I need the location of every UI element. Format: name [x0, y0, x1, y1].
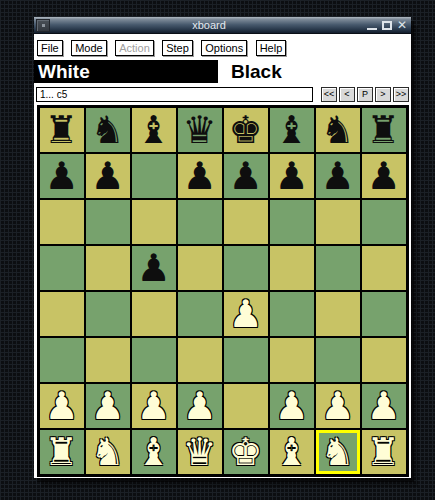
square-f6[interactable] [270, 200, 314, 244]
square-g6[interactable] [316, 200, 360, 244]
square-a1[interactable]: ♜ [40, 430, 84, 474]
square-d7[interactable]: ♟ [178, 154, 222, 198]
square-d6[interactable] [178, 200, 222, 244]
square-f2[interactable]: ♟ [270, 384, 314, 428]
menu-help[interactable]: Help [256, 40, 287, 56]
square-f7[interactable]: ♟ [270, 154, 314, 198]
nav-forward-button[interactable]: > [375, 87, 391, 102]
square-g5[interactable] [316, 246, 360, 290]
black-knight: ♞ [90, 108, 124, 152]
square-b4[interactable] [86, 292, 130, 336]
white-bishop: ♝ [136, 430, 170, 474]
square-g1[interactable]: ♞ [316, 430, 360, 474]
square-c8[interactable]: ♝ [132, 108, 176, 152]
white-pawn: ♟ [320, 384, 354, 428]
black-rook: ♜ [44, 108, 78, 152]
white-pawn: ♟ [44, 384, 78, 428]
square-c3[interactable] [132, 338, 176, 382]
square-d5[interactable] [178, 246, 222, 290]
square-h6[interactable] [362, 200, 406, 244]
square-h3[interactable] [362, 338, 406, 382]
square-a6[interactable] [40, 200, 84, 244]
square-g8[interactable]: ♞ [316, 108, 360, 152]
window-menu-dot-icon [42, 24, 45, 27]
black-pawn: ♟ [228, 154, 262, 198]
square-d4[interactable] [178, 292, 222, 336]
square-f8[interactable]: ♝ [270, 108, 314, 152]
white-pawn: ♟ [366, 384, 400, 428]
square-g4[interactable] [316, 292, 360, 336]
square-b1[interactable]: ♞ [86, 430, 130, 474]
window-titlebar[interactable]: xboard ✕ [34, 17, 411, 34]
window-menu-icon[interactable] [36, 19, 50, 32]
nav-back-button[interactable]: < [339, 87, 355, 102]
square-a7[interactable]: ♟ [40, 154, 84, 198]
square-d8[interactable]: ♛ [178, 108, 222, 152]
square-e4[interactable]: ♟ [224, 292, 268, 336]
black-queen: ♛ [182, 108, 216, 152]
square-e8[interactable]: ♚ [224, 108, 268, 152]
white-king: ♚ [228, 430, 262, 474]
square-c5[interactable]: ♟ [132, 246, 176, 290]
white-queen: ♛ [182, 430, 216, 474]
square-g2[interactable]: ♟ [316, 384, 360, 428]
black-bishop: ♝ [136, 108, 170, 152]
menu-options[interactable]: Options [201, 40, 247, 56]
player-bar: White Black [34, 60, 411, 83]
square-b2[interactable]: ♟ [86, 384, 130, 428]
black-rook: ♜ [366, 108, 400, 152]
nav-forward-to-end-button[interactable]: >> [393, 87, 409, 102]
square-c4[interactable] [132, 292, 176, 336]
black-pawn: ♟ [274, 154, 308, 198]
white-pawn: ♟ [182, 384, 216, 428]
square-b8[interactable]: ♞ [86, 108, 130, 152]
square-b3[interactable] [86, 338, 130, 382]
square-g7[interactable]: ♟ [316, 154, 360, 198]
square-e2[interactable] [224, 384, 268, 428]
menu-bar: File Mode Action Step Options Help [34, 34, 411, 58]
square-d3[interactable] [178, 338, 222, 382]
square-b5[interactable] [86, 246, 130, 290]
square-f4[interactable] [270, 292, 314, 336]
square-a5[interactable] [40, 246, 84, 290]
square-h1[interactable]: ♜ [362, 430, 406, 474]
white-player-label: White [34, 60, 218, 83]
square-a8[interactable]: ♜ [40, 108, 84, 152]
minimize-icon[interactable] [366, 20, 378, 31]
square-h4[interactable] [362, 292, 406, 336]
square-e6[interactable] [224, 200, 268, 244]
white-pawn: ♟ [90, 384, 124, 428]
square-a3[interactable] [40, 338, 84, 382]
white-pawn: ♟ [228, 292, 262, 336]
black-pawn: ♟ [366, 154, 400, 198]
square-e5[interactable] [224, 246, 268, 290]
white-knight: ♞ [90, 430, 124, 474]
desktop: { "game": "chess", "position": "rnbqkbnr… [0, 0, 435, 500]
black-pawn: ♟ [90, 154, 124, 198]
square-e7[interactable]: ♟ [224, 154, 268, 198]
black-king: ♚ [228, 108, 262, 152]
black-pawn: ♟ [182, 154, 216, 198]
move-display-field[interactable]: 1... c5 [36, 87, 313, 102]
white-knight: ♞ [320, 430, 354, 474]
white-bishop: ♝ [274, 430, 308, 474]
square-h2[interactable]: ♟ [362, 384, 406, 428]
menu-mode[interactable]: Mode [71, 40, 107, 56]
black-pawn: ♟ [136, 246, 170, 290]
white-rook: ♜ [44, 430, 78, 474]
black-pawn: ♟ [320, 154, 354, 198]
menu-action: Action [115, 40, 154, 56]
nav-rewind-to-start-button[interactable]: << [321, 87, 337, 102]
square-h7[interactable]: ♟ [362, 154, 406, 198]
white-rook: ♜ [366, 430, 400, 474]
white-pawn: ♟ [274, 384, 308, 428]
close-icon[interactable]: ✕ [396, 20, 408, 31]
square-c2[interactable]: ♟ [132, 384, 176, 428]
black-pawn: ♟ [44, 154, 78, 198]
square-c1[interactable]: ♝ [132, 430, 176, 474]
square-a4[interactable] [40, 292, 84, 336]
square-h8[interactable]: ♜ [362, 108, 406, 152]
window-title: xboard [52, 17, 366, 34]
square-d1[interactable]: ♛ [178, 430, 222, 474]
square-f1[interactable]: ♝ [270, 430, 314, 474]
square-c7[interactable] [132, 154, 176, 198]
black-knight: ♞ [320, 108, 354, 152]
nav-pause-button[interactable]: P [357, 87, 373, 102]
square-e3[interactable] [224, 338, 268, 382]
black-player-label: Black [231, 60, 282, 83]
square-f3[interactable] [270, 338, 314, 382]
white-pawn: ♟ [136, 384, 170, 428]
square-b6[interactable] [86, 200, 130, 244]
square-d2[interactable]: ♟ [178, 384, 222, 428]
square-g3[interactable] [316, 338, 360, 382]
menu-file[interactable]: File [37, 40, 63, 56]
square-b7[interactable]: ♟ [86, 154, 130, 198]
chess-board: ♜♞♝♛♚♝♞♜♟♟♟♟♟♟♟♟♟♟♟♟♟♟♟♟♜♞♝♛♚♝♞♜ [37, 105, 409, 477]
control-row: 1... c5 << < P > >> [36, 87, 409, 102]
square-a2[interactable]: ♟ [40, 384, 84, 428]
square-c6[interactable] [132, 200, 176, 244]
black-bishop: ♝ [274, 108, 308, 152]
square-f5[interactable] [270, 246, 314, 290]
square-h5[interactable] [362, 246, 406, 290]
xboard-window: xboard ✕ File Mode Action Step Options H… [34, 17, 411, 478]
menu-step[interactable]: Step [162, 40, 193, 56]
maximize-icon[interactable] [381, 20, 393, 31]
square-e1[interactable]: ♚ [224, 430, 268, 474]
